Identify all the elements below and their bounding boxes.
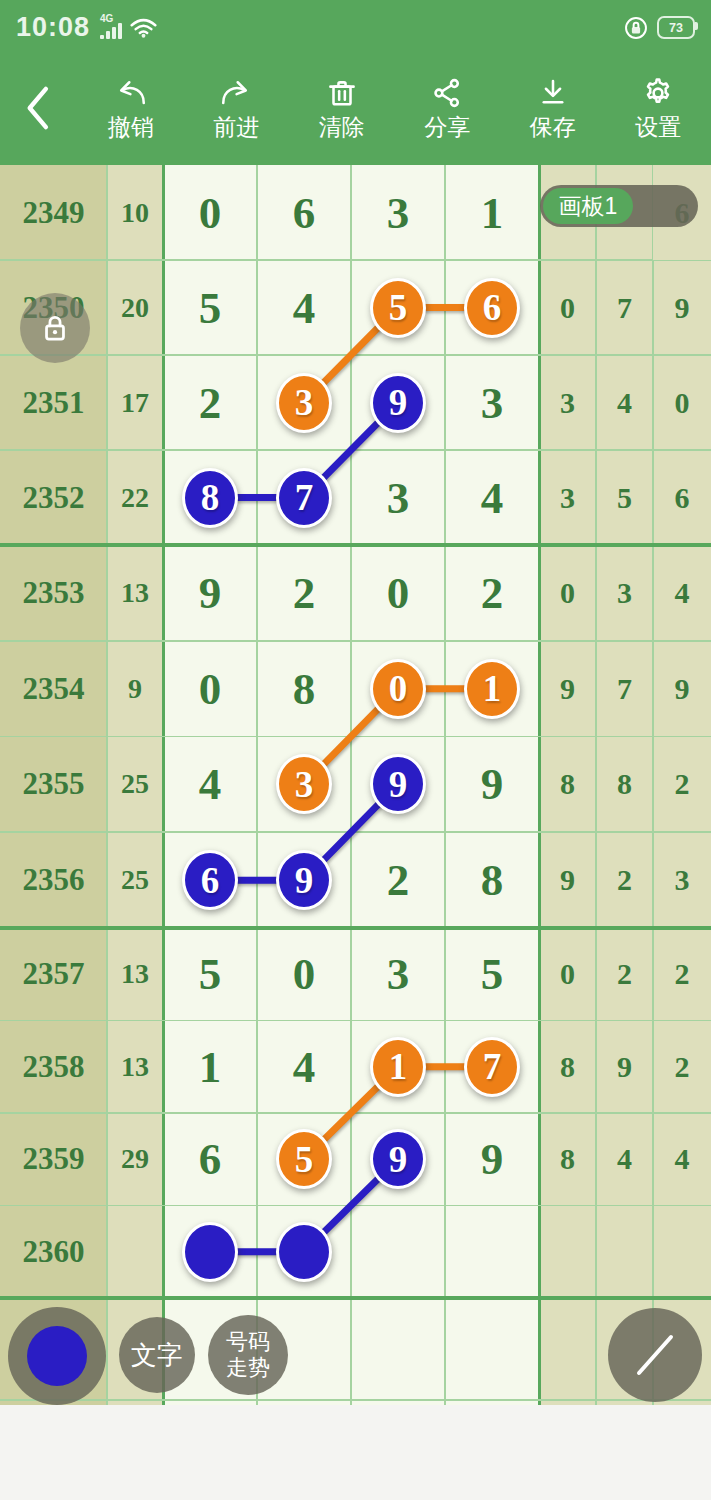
canvas-badge-label: 画板1 [543, 188, 633, 224]
android-nav-bar [0, 1405, 711, 1500]
clear-button[interactable]: 清除 [289, 55, 395, 160]
undo-icon [113, 76, 149, 110]
mark-circle-orange-5[interactable]: 5 [276, 1129, 332, 1189]
clock: 10:08 [16, 12, 90, 43]
lock-icon [37, 310, 73, 346]
settings-button[interactable]: 设置 [606, 55, 711, 160]
share-button[interactable]: 分享 [395, 55, 501, 160]
mark-circle-orange-1[interactable]: 1 [370, 1037, 426, 1097]
mark-circle-blue-9[interactable]: 9 [370, 373, 426, 433]
status-bar: 10:08 4G 73 [0, 0, 711, 55]
mark-circle-blue-6[interactable]: 6 [182, 850, 238, 910]
trash-icon [324, 76, 360, 110]
mark-circle-blue-dot[interactable] [182, 1222, 238, 1282]
mark-circle-orange-0[interactable]: 0 [370, 659, 426, 719]
wifi-icon [130, 17, 157, 39]
battery-indicator: 73 [657, 16, 695, 39]
share-icon [429, 76, 465, 110]
color-picker-button[interactable] [8, 1307, 106, 1405]
save-button[interactable]: 保存 [500, 55, 606, 160]
redo-icon [218, 76, 254, 110]
lock-button[interactable] [20, 293, 90, 363]
rotation-lock-icon [623, 15, 649, 41]
save-icon [535, 76, 571, 110]
canvas-badge[interactable]: 画板1 [540, 185, 698, 227]
mark-circle-orange-3[interactable]: 3 [276, 754, 332, 814]
mark-circle-orange-3[interactable]: 3 [276, 373, 332, 433]
mark-circle-blue-9[interactable]: 9 [370, 1129, 426, 1189]
signal-icon: 4G [100, 17, 122, 39]
mark-circle-blue-dot[interactable] [276, 1222, 332, 1282]
mark-circle-orange-5[interactable]: 5 [370, 278, 426, 338]
mark-circle-orange-1[interactable]: 1 [464, 659, 520, 719]
mark-circle-blue-9[interactable]: 9 [370, 754, 426, 814]
gear-icon [640, 76, 676, 110]
mark-circle-orange-7[interactable]: 7 [464, 1037, 520, 1097]
mark-circle-blue-8[interactable]: 8 [182, 468, 238, 528]
redo-button[interactable]: 前进 [184, 55, 290, 160]
number-trend-tool-button[interactable]: 号码 走势 [208, 1315, 288, 1395]
current-color-swatch [27, 1326, 87, 1386]
mark-circle-blue-7[interactable]: 7 [276, 468, 332, 528]
toolbar: 撤销 前进 清除 [0, 55, 711, 160]
text-tool-button[interactable]: 文字 [119, 1317, 195, 1393]
back-button[interactable] [22, 83, 58, 133]
diagonal-line-icon [608, 1308, 702, 1402]
mark-circle-blue-9[interactable]: 9 [276, 850, 332, 910]
mark-circle-orange-6[interactable]: 6 [464, 278, 520, 338]
undo-button[interactable]: 撤销 [78, 55, 184, 160]
line-tool-button[interactable] [608, 1308, 702, 1402]
